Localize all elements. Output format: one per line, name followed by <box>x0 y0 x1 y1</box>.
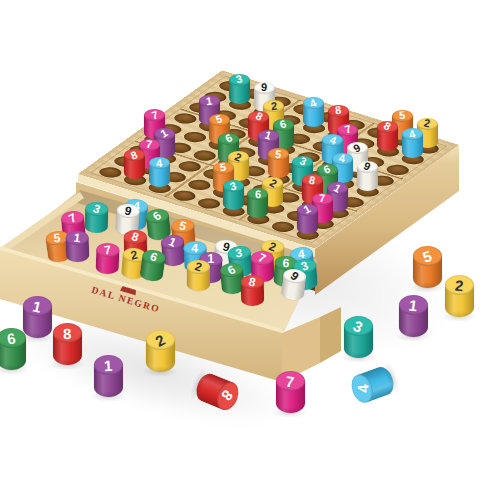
peg-number: 4 <box>308 97 318 110</box>
peg-number: 5 <box>53 232 61 244</box>
scattered-peg-1[interactable]: 1 <box>23 296 52 338</box>
peg-number: 2 <box>423 117 431 129</box>
peg-number: 8 <box>254 111 265 124</box>
peg-number: 5 <box>399 110 406 122</box>
peg-number: 2 <box>153 331 167 348</box>
peg-number: 8 <box>219 388 236 404</box>
peg-number: 9 <box>352 142 363 155</box>
peg-number: 4 <box>191 242 198 254</box>
peg-top: 6 <box>218 133 239 145</box>
peg-top: 1 <box>23 296 52 316</box>
product-photo-sudoku-box: DAL NEGRO 523948842718649514976536128175… <box>0 0 500 500</box>
peg-top: 3 <box>85 202 108 216</box>
peg-number: 7 <box>285 373 295 389</box>
peg-top: 7 <box>276 371 305 391</box>
board-peg-5[interactable]: 5 <box>268 148 289 178</box>
scattered-peg-8[interactable]: 8 <box>53 323 82 365</box>
peg-number: 4 <box>408 128 417 140</box>
scattered-peg-5[interactable]: 5 <box>413 246 442 288</box>
peg-number: 8 <box>247 275 256 288</box>
peg-top: 1 <box>258 130 279 142</box>
scattered-peg-1[interactable]: 1 <box>399 295 428 337</box>
peg-number: 6 <box>225 263 237 277</box>
board-peg-4[interactable]: 4 <box>303 97 324 127</box>
board-peg-8[interactable]: 8 <box>377 121 398 151</box>
peg-number: 7 <box>150 109 159 121</box>
peg-number: 9 <box>123 204 132 217</box>
peg-number: 4 <box>328 134 337 146</box>
peg-top: 5 <box>209 114 230 126</box>
scattered-peg-6[interactable]: 6 <box>0 328 26 370</box>
peg-number: 6 <box>323 163 333 176</box>
peg-number: 2 <box>270 100 277 112</box>
board-peg-4[interactable]: 4 <box>402 128 423 158</box>
drawer-peg-1[interactable]: 1 <box>65 231 89 263</box>
peg-number: 6 <box>148 250 159 264</box>
peg-top: 9 <box>254 82 275 94</box>
peg-number: 8 <box>129 149 139 162</box>
board-peg-4[interactable]: 4 <box>149 157 170 187</box>
scattered-peg-3[interactable]: 3 <box>344 316 373 358</box>
peg-number: 7 <box>66 211 78 225</box>
peg-number: 1 <box>408 297 418 313</box>
peg-number: 1 <box>31 298 43 314</box>
peg-number: 5 <box>275 148 282 160</box>
scattered-peg-4[interactable]: 4 <box>347 364 396 406</box>
peg-number: 3 <box>351 317 365 334</box>
peg-number: 7 <box>319 193 325 204</box>
peg-number: 1 <box>264 129 273 141</box>
peg-top: 1 <box>94 355 123 375</box>
peg-top: 2 <box>445 275 474 295</box>
peg-number: 1 <box>332 182 343 195</box>
peg-top: 8 <box>53 323 82 343</box>
peg-top: 8 <box>240 275 263 289</box>
peg-number: 3 <box>229 180 238 192</box>
peg-top: 1 <box>297 204 318 216</box>
peg-number: 9 <box>288 269 301 283</box>
peg-number: 6 <box>279 119 288 131</box>
scattered-peg-2[interactable]: 2 <box>146 330 175 372</box>
peg-top: 3 <box>292 156 313 168</box>
peg-top: 4 <box>149 157 170 169</box>
peg-number: 6 <box>223 132 234 145</box>
peg-number: 4 <box>156 157 163 169</box>
drawer-peg-8[interactable]: 8 <box>240 275 264 306</box>
peg-number: 3 <box>235 74 244 86</box>
board-peg-3[interactable]: 3 <box>223 180 244 210</box>
peg-number: 4 <box>354 384 369 393</box>
peg-number: 6 <box>255 189 261 200</box>
peg-number: 6 <box>6 330 17 346</box>
peg-top: 2 <box>187 260 210 274</box>
peg-number: 1 <box>159 127 170 140</box>
peg-number: 9 <box>261 82 268 93</box>
peg-number: 1 <box>302 203 312 216</box>
drawer-peg-7[interactable]: 7 <box>95 243 119 275</box>
peg-top: 5 <box>413 246 442 266</box>
drawer-peg-2[interactable]: 2 <box>187 260 210 291</box>
peg-number: 2 <box>129 248 138 261</box>
peg-number: 3 <box>298 156 308 169</box>
peg-number: 4 <box>339 153 346 165</box>
peg-number: 2 <box>193 260 203 273</box>
peg-number: 8 <box>334 105 341 117</box>
peg-top: 8 <box>328 105 349 117</box>
peg-number: 8 <box>308 174 316 186</box>
peg-number: 8 <box>130 230 140 243</box>
peg-top: 8 <box>123 230 146 244</box>
peg-number: 5 <box>215 114 224 126</box>
peg-number: 9 <box>362 160 372 173</box>
peg-number: 1 <box>73 232 81 245</box>
peg-number: 6 <box>150 209 163 223</box>
peg-number: 5 <box>178 219 188 232</box>
peg-number: 7 <box>146 139 153 151</box>
peg-top: 6 <box>0 328 26 348</box>
drawer-peg-6[interactable]: 6 <box>139 249 166 283</box>
peg-number: 2 <box>267 177 278 190</box>
drawer-peg-3[interactable]: 3 <box>84 202 108 233</box>
scattered-peg-7[interactable]: 7 <box>276 371 305 413</box>
peg-top: 4 <box>402 128 423 140</box>
peg-top: 8 <box>377 121 398 133</box>
peg-number: 1 <box>206 96 213 108</box>
peg-number: 7 <box>343 123 352 135</box>
peg-number: 5 <box>220 162 227 174</box>
peg-top: 3 <box>344 316 373 336</box>
peg-top: 1 <box>399 295 428 315</box>
board-peg-8[interactable]: 8 <box>124 149 145 179</box>
peg-number: 7 <box>103 244 111 257</box>
peg-number: 1 <box>103 357 112 372</box>
board-peg-3[interactable]: 3 <box>229 74 250 104</box>
board-peg-9[interactable]: 9 <box>357 161 378 191</box>
board-peg-6[interactable]: 6 <box>247 188 268 218</box>
scattered-peg-2[interactable]: 2 <box>445 275 474 317</box>
peg-number: 5 <box>421 248 434 265</box>
drawer-peg-9[interactable]: 9 <box>280 268 307 302</box>
peg-number: 8 <box>63 325 72 340</box>
peg-top: 3 <box>229 74 250 86</box>
peg-top: 5 <box>268 148 289 160</box>
peg-number: 2 <box>233 151 243 164</box>
peg-number: 8 <box>382 120 393 133</box>
peg-top: 5 <box>213 162 234 174</box>
scattered-peg-1[interactable]: 1 <box>94 355 123 397</box>
peg-number: 7 <box>256 251 267 265</box>
peg-number: 1 <box>167 235 178 249</box>
peg-number: 3 <box>91 202 102 216</box>
board-peg-1[interactable]: 1 <box>297 204 318 234</box>
peg-top: 9 <box>357 161 378 173</box>
peg-number: 2 <box>454 277 464 293</box>
peg-number: 3 <box>235 247 243 260</box>
peg-top: 2 <box>146 330 175 350</box>
